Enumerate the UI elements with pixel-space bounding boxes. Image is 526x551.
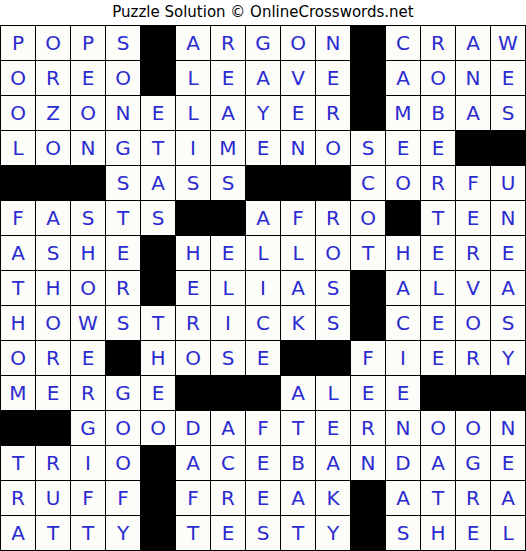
block-cell-r1c5	[141, 26, 175, 60]
letter-cell-r12c9: T	[281, 411, 315, 445]
letter-cell-r10c13: E	[421, 341, 455, 375]
letter-cell-r12c12: N	[386, 411, 420, 445]
block-cell-r12c1	[1, 411, 35, 445]
letter-cell-r2c12: A	[386, 61, 420, 95]
letter-cell-r9c2: O	[36, 306, 70, 340]
letter-cell-r7c6: H	[176, 236, 210, 270]
letter-cell-r4c11: S	[351, 131, 385, 165]
letter-cell-r11c5: E	[141, 376, 175, 410]
letter-cell-r12c8: F	[246, 411, 280, 445]
letter-cell-r13c9: B	[281, 446, 315, 480]
block-cell-r11c7	[211, 376, 245, 410]
block-cell-r10c9	[281, 341, 315, 375]
letter-cell-r10c1: O	[1, 341, 35, 375]
letter-cell-r14c4: F	[106, 481, 140, 515]
block-cell-r8c11	[351, 271, 385, 305]
letter-cell-r11c12: E	[386, 376, 420, 410]
letter-cell-r6c2: A	[36, 201, 70, 235]
block-cell-r11c8	[246, 376, 280, 410]
letter-cell-r3c13: B	[421, 96, 455, 130]
letter-cell-r7c2: S	[36, 236, 70, 270]
letter-cell-r3c7: A	[211, 96, 245, 130]
block-cell-r4c15	[491, 131, 525, 165]
letter-cell-r11c9: A	[281, 376, 315, 410]
letter-cell-r7c9: L	[281, 236, 315, 270]
letter-cell-r11c4: G	[106, 376, 140, 410]
letter-cell-r6c15: N	[491, 201, 525, 235]
letter-cell-r10c8: E	[246, 341, 280, 375]
letter-cell-r7c1: A	[1, 236, 35, 270]
letter-cell-r9c10: S	[316, 306, 350, 340]
block-cell-r14c5	[141, 481, 175, 515]
letter-cell-r1c1: P	[1, 26, 35, 60]
block-cell-r3c11	[351, 96, 385, 130]
letter-cell-r2c15: E	[491, 61, 525, 95]
letter-cell-r12c10: E	[316, 411, 350, 445]
letter-cell-r8c13: L	[421, 271, 455, 305]
letter-cell-r7c8: L	[246, 236, 280, 270]
block-cell-r4c14	[456, 131, 490, 165]
letter-cell-r4c12: E	[386, 131, 420, 165]
letter-cell-r3c5: E	[141, 96, 175, 130]
letter-cell-r15c1: A	[1, 516, 35, 550]
letter-cell-r14c2: U	[36, 481, 70, 515]
letter-cell-r8c3: O	[71, 271, 105, 305]
block-cell-r5c3	[71, 166, 105, 200]
letter-cell-r4c8: E	[246, 131, 280, 165]
block-cell-r11c15	[491, 376, 525, 410]
letter-cell-r6c14: E	[456, 201, 490, 235]
letter-cell-r2c9: V	[281, 61, 315, 95]
letter-cell-r7c10: O	[316, 236, 350, 270]
letter-cell-r2c10: E	[316, 61, 350, 95]
letter-cell-r3c14: A	[456, 96, 490, 130]
letter-cell-r13c11: N	[351, 446, 385, 480]
letter-cell-r15c14: E	[456, 516, 490, 550]
letter-cell-r10c6: O	[176, 341, 210, 375]
letter-cell-r10c14: R	[456, 341, 490, 375]
block-cell-r2c11	[351, 61, 385, 95]
letter-cell-r9c13: E	[421, 306, 455, 340]
block-cell-r5c9	[281, 166, 315, 200]
letter-cell-r13c12: D	[386, 446, 420, 480]
letter-cell-r10c11: F	[351, 341, 385, 375]
letter-cell-r13c6: A	[176, 446, 210, 480]
letter-cell-r14c12: A	[386, 481, 420, 515]
letter-cell-r11c10: L	[316, 376, 350, 410]
letter-cell-r3c15: S	[491, 96, 525, 130]
letter-cell-r11c11: E	[351, 376, 385, 410]
letter-cell-r12c13: O	[421, 411, 455, 445]
letter-cell-r13c15: E	[491, 446, 525, 480]
letter-cell-r7c13: E	[421, 236, 455, 270]
block-cell-r5c2	[36, 166, 70, 200]
letter-cell-r3c8: Y	[246, 96, 280, 130]
letter-cell-r3c3: O	[71, 96, 105, 130]
letter-cell-r2c6: L	[176, 61, 210, 95]
letter-cell-r8c9: A	[281, 271, 315, 305]
block-cell-r9c11	[351, 306, 385, 340]
letter-cell-r4c9: N	[281, 131, 315, 165]
letter-cell-r4c4: G	[106, 131, 140, 165]
letter-cell-r9c1: H	[1, 306, 35, 340]
letter-cell-r7c11: T	[351, 236, 385, 270]
block-cell-r10c4	[106, 341, 140, 375]
block-cell-r14c11	[351, 481, 385, 515]
letter-cell-r2c8: A	[246, 61, 280, 95]
letter-cell-r13c2: R	[36, 446, 70, 480]
letter-cell-r8c7: L	[211, 271, 245, 305]
letter-cell-r6c5: S	[141, 201, 175, 235]
block-cell-r11c14	[456, 376, 490, 410]
letter-cell-r12c6: D	[176, 411, 210, 445]
letter-cell-r14c8: E	[246, 481, 280, 515]
letter-cell-r14c13: T	[421, 481, 455, 515]
block-cell-r5c8	[246, 166, 280, 200]
letter-cell-r3c4: N	[106, 96, 140, 130]
letter-cell-r8c2: H	[36, 271, 70, 305]
letter-cell-r11c2: E	[36, 376, 70, 410]
letter-cell-r15c2: T	[36, 516, 70, 550]
letter-cell-r5c7: S	[211, 166, 245, 200]
letter-cell-r2c1: O	[1, 61, 35, 95]
letter-cell-r1c12: C	[386, 26, 420, 60]
letter-cell-r1c3: P	[71, 26, 105, 60]
letter-cell-r12c15: N	[491, 411, 525, 445]
letter-cell-r3c12: M	[386, 96, 420, 130]
block-cell-r1c11	[351, 26, 385, 60]
letter-cell-r15c15: L	[491, 516, 525, 550]
letter-cell-r8c8: I	[246, 271, 280, 305]
letter-cell-r8c12: A	[386, 271, 420, 305]
letter-cell-r13c8: E	[246, 446, 280, 480]
letter-cell-r2c4: O	[106, 61, 140, 95]
letter-cell-r9c3: W	[71, 306, 105, 340]
block-cell-r5c1	[1, 166, 35, 200]
letter-cell-r8c1: T	[1, 271, 35, 305]
letter-cell-r1c8: G	[246, 26, 280, 60]
block-cell-r12c2	[36, 411, 70, 445]
letter-cell-r9c15: S	[491, 306, 525, 340]
block-cell-r15c11	[351, 516, 385, 550]
page-title: Puzzle Solution © OnlineCrosswords.net	[0, 0, 526, 25]
letter-cell-r4c13: E	[421, 131, 455, 165]
letter-cell-r1c13: R	[421, 26, 455, 60]
letter-cell-r14c7: R	[211, 481, 245, 515]
letter-cell-r11c3: R	[71, 376, 105, 410]
block-cell-r6c7	[211, 201, 245, 235]
letter-cell-r2c7: E	[211, 61, 245, 95]
letter-cell-r8c4: R	[106, 271, 140, 305]
letter-cell-r9c7: I	[211, 306, 245, 340]
letter-cell-r3c9: E	[281, 96, 315, 130]
letter-cell-r9c4: S	[106, 306, 140, 340]
letter-cell-r15c12: S	[386, 516, 420, 550]
letter-cell-r7c14: R	[456, 236, 490, 270]
letter-cell-r10c2: R	[36, 341, 70, 375]
letter-cell-r1c6: A	[176, 26, 210, 60]
letter-cell-r15c7: E	[211, 516, 245, 550]
block-cell-r13c5	[141, 446, 175, 480]
letter-cell-r9c5: T	[141, 306, 175, 340]
letter-cell-r13c4: O	[106, 446, 140, 480]
letter-cell-r7c7: E	[211, 236, 245, 270]
letter-cell-r2c3: E	[71, 61, 105, 95]
letter-cell-r14c10: K	[316, 481, 350, 515]
puzzle-solution-page: Puzzle Solution © OnlineCrosswords.net P…	[0, 0, 526, 551]
letter-cell-r13c7: C	[211, 446, 245, 480]
letter-cell-r5c6: S	[176, 166, 210, 200]
letter-cell-r9c9: K	[281, 306, 315, 340]
letter-cell-r6c4: T	[106, 201, 140, 235]
block-cell-r8c5	[141, 271, 175, 305]
letter-cell-r4c7: M	[211, 131, 245, 165]
letter-cell-r7c4: E	[106, 236, 140, 270]
letter-cell-r13c13: A	[421, 446, 455, 480]
letter-cell-r10c15: Y	[491, 341, 525, 375]
letter-cell-r1c14: A	[456, 26, 490, 60]
letter-cell-r4c10: O	[316, 131, 350, 165]
letter-cell-r10c7: S	[211, 341, 245, 375]
letter-cell-r2c14: N	[456, 61, 490, 95]
letter-cell-r3c6: L	[176, 96, 210, 130]
letter-cell-r6c3: S	[71, 201, 105, 235]
letter-cell-r9c8: C	[246, 306, 280, 340]
letter-cell-r9c14: O	[456, 306, 490, 340]
block-cell-r11c6	[176, 376, 210, 410]
letter-cell-r15c9: T	[281, 516, 315, 550]
letter-cell-r13c14: G	[456, 446, 490, 480]
letter-cell-r14c6: F	[176, 481, 210, 515]
letter-cell-r15c6: T	[176, 516, 210, 550]
letter-cell-r3c10: R	[316, 96, 350, 130]
letter-cell-r12c5: O	[141, 411, 175, 445]
letter-cell-r5c11: C	[351, 166, 385, 200]
letter-cell-r12c7: A	[211, 411, 245, 445]
letter-cell-r15c3: T	[71, 516, 105, 550]
letter-cell-r9c6: R	[176, 306, 210, 340]
letter-cell-r3c2: Z	[36, 96, 70, 130]
letter-cell-r2c2: R	[36, 61, 70, 95]
letter-cell-r3c1: O	[1, 96, 35, 130]
letter-cell-r10c3: E	[71, 341, 105, 375]
letter-cell-r1c10: N	[316, 26, 350, 60]
block-cell-r6c6	[176, 201, 210, 235]
letter-cell-r14c9: A	[281, 481, 315, 515]
letter-cell-r13c10: A	[316, 446, 350, 480]
letter-cell-r5c15: U	[491, 166, 525, 200]
letter-cell-r4c2: O	[36, 131, 70, 165]
letter-cell-r5c5: A	[141, 166, 175, 200]
letter-cell-r11c1: M	[1, 376, 35, 410]
letter-cell-r14c1: R	[1, 481, 35, 515]
letter-cell-r12c14: O	[456, 411, 490, 445]
letter-cell-r7c3: H	[71, 236, 105, 270]
letter-cell-r13c3: I	[71, 446, 105, 480]
letter-cell-r10c12: I	[386, 341, 420, 375]
letter-cell-r8c10: S	[316, 271, 350, 305]
letter-cell-r1c4: S	[106, 26, 140, 60]
block-cell-r5c10	[316, 166, 350, 200]
letter-cell-r6c9: F	[281, 201, 315, 235]
letter-cell-r10c5: H	[141, 341, 175, 375]
letter-cell-r15c8: S	[246, 516, 280, 550]
letter-cell-r12c4: O	[106, 411, 140, 445]
block-cell-r6c12	[386, 201, 420, 235]
letter-cell-r4c5: T	[141, 131, 175, 165]
letter-cell-r6c10: R	[316, 201, 350, 235]
letter-cell-r8c14: V	[456, 271, 490, 305]
block-cell-r7c5	[141, 236, 175, 270]
block-cell-r15c5	[141, 516, 175, 550]
letter-cell-r15c4: Y	[106, 516, 140, 550]
crossword-grid: POPSARGONCRAWOREOLEAVEAONEOZONELAYERMBAS…	[0, 25, 526, 551]
letter-cell-r6c11: O	[351, 201, 385, 235]
letter-cell-r5c12: O	[386, 166, 420, 200]
letter-cell-r5c14: F	[456, 166, 490, 200]
letter-cell-r8c15: A	[491, 271, 525, 305]
block-cell-r2c5	[141, 61, 175, 95]
letter-cell-r4c6: I	[176, 131, 210, 165]
letter-cell-r14c15: A	[491, 481, 525, 515]
block-cell-r10c10	[316, 341, 350, 375]
letter-cell-r12c11: R	[351, 411, 385, 445]
letter-cell-r8c6: E	[176, 271, 210, 305]
letter-cell-r1c9: O	[281, 26, 315, 60]
letter-cell-r4c3: N	[71, 131, 105, 165]
letter-cell-r7c15: E	[491, 236, 525, 270]
letter-cell-r15c10: Y	[316, 516, 350, 550]
letter-cell-r12c3: G	[71, 411, 105, 445]
letter-cell-r6c8: A	[246, 201, 280, 235]
letter-cell-r4c1: L	[1, 131, 35, 165]
letter-cell-r2c13: O	[421, 61, 455, 95]
letter-cell-r6c13: T	[421, 201, 455, 235]
block-cell-r11c13	[421, 376, 455, 410]
letter-cell-r1c2: O	[36, 26, 70, 60]
letter-cell-r13c1: T	[1, 446, 35, 480]
letter-cell-r15c13: H	[421, 516, 455, 550]
letter-cell-r14c3: F	[71, 481, 105, 515]
letter-cell-r5c4: S	[106, 166, 140, 200]
letter-cell-r5c13: R	[421, 166, 455, 200]
letter-cell-r6c1: F	[1, 201, 35, 235]
letter-cell-r14c14: R	[456, 481, 490, 515]
letter-cell-r1c7: R	[211, 26, 245, 60]
letter-cell-r9c12: C	[386, 306, 420, 340]
letter-cell-r1c15: W	[491, 26, 525, 60]
letter-cell-r7c12: H	[386, 236, 420, 270]
